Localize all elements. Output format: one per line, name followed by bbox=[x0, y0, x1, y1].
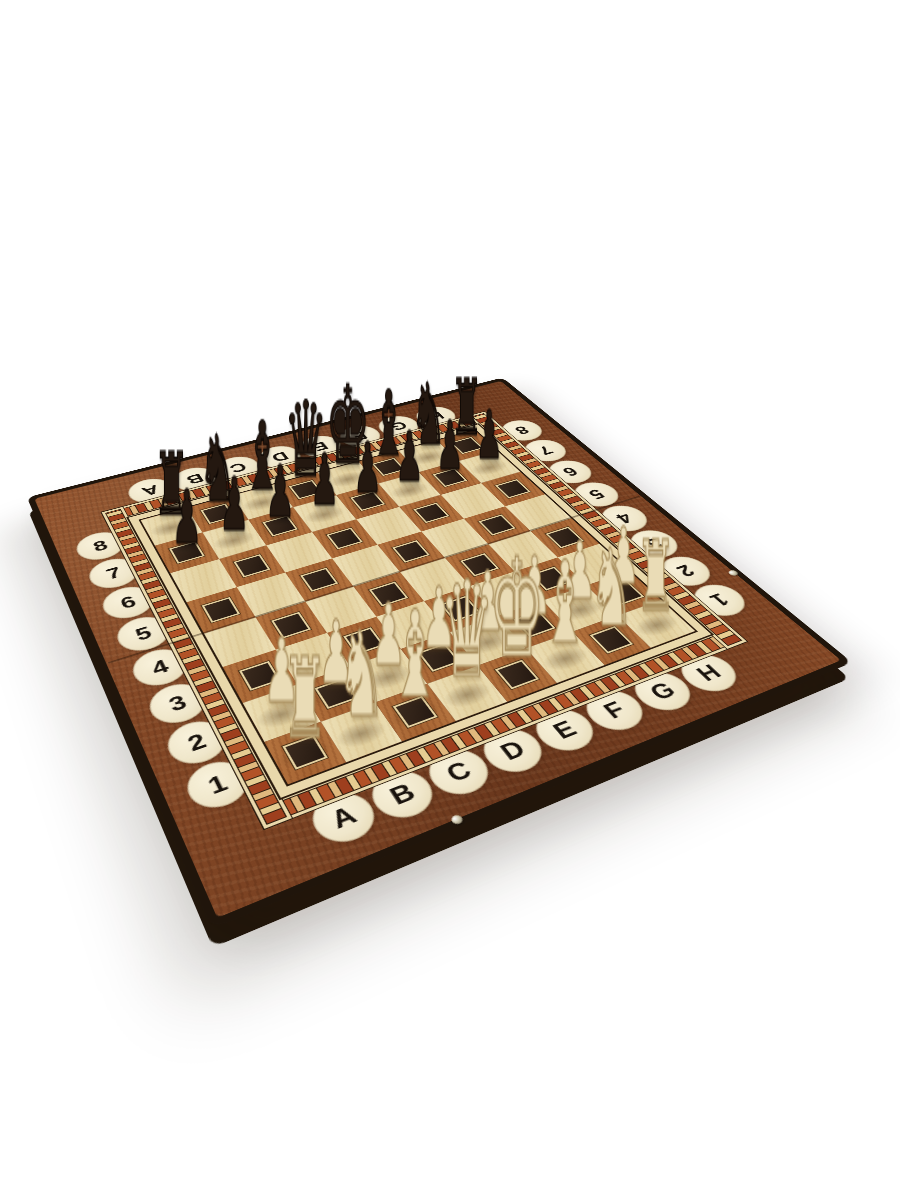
chess-board: AA88BB77CC66DD55EE44FF33GG22HH11 ♜♞♝♛♚♝♞… bbox=[27, 378, 852, 929]
product-photo-scene: AA88BB77CC66DD55EE44FF33GG22HH11 ♜♞♝♛♚♝♞… bbox=[0, 0, 900, 1200]
white-rook[interactable]: ♜ bbox=[271, 647, 339, 752]
